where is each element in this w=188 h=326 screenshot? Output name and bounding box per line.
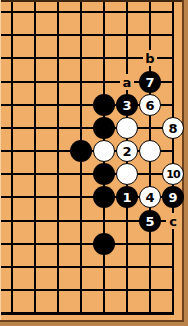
board-edge-bottom-line: [0, 312, 174, 315]
go-stone-black: [93, 233, 115, 255]
grid-line-horizontal: [0, 173, 174, 175]
grid-line-horizontal: [0, 34, 174, 36]
move-number: 10: [166, 169, 179, 180]
image-border-bottom-light: [0, 322, 184, 326]
go-board-diagram: 73682101495bac: [0, 0, 188, 326]
go-stone-black-move-5: 5: [139, 210, 161, 232]
move-number: 2: [122, 145, 131, 158]
point-label-a: a: [120, 74, 134, 90]
go-stone-white: [116, 163, 138, 185]
go-stone-white: [139, 140, 161, 162]
point-label-b: b: [143, 50, 157, 66]
move-number: 8: [168, 122, 177, 135]
go-stone-white-move-6: 6: [139, 94, 161, 116]
go-stone-black: [93, 163, 115, 185]
image-border-top: [0, 0, 188, 2]
go-stone-black: [93, 94, 115, 116]
move-number: 6: [145, 99, 154, 112]
grid-line-horizontal: [0, 243, 174, 245]
go-stone-black: [93, 117, 115, 139]
point-label-text: b: [145, 52, 154, 65]
point-label-text: c: [169, 215, 177, 228]
go-stone-black-move-7: 7: [139, 71, 161, 93]
go-stone-white: [93, 140, 115, 162]
go-stone-white-move-10: 10: [162, 163, 184, 185]
go-stone-white: [116, 117, 138, 139]
move-number: 4: [145, 191, 154, 204]
move-number: 9: [168, 191, 177, 204]
move-number: 7: [145, 76, 154, 89]
move-number: 1: [122, 191, 131, 204]
go-stone-white-move-4: 4: [139, 186, 161, 208]
go-stone-black: [70, 140, 92, 162]
go-stone-black-move-1: 1: [116, 186, 138, 208]
move-number: 3: [122, 99, 131, 112]
grid-line-horizontal: [0, 289, 174, 291]
grid-line-horizontal: [0, 266, 174, 268]
move-number: 5: [145, 215, 154, 228]
go-stone-black-move-9: 9: [162, 186, 184, 208]
image-border-right-light: [184, 0, 188, 326]
grid-line-horizontal: [0, 11, 174, 13]
image-border-left: [0, 0, 1, 326]
go-stone-black-move-3: 3: [116, 94, 138, 116]
go-stone-white-move-8: 8: [162, 117, 184, 139]
go-stone-black: [93, 186, 115, 208]
go-stone-white-move-2: 2: [116, 140, 138, 162]
grid-line-horizontal: [0, 127, 174, 129]
point-label-c: c: [166, 213, 180, 229]
point-label-text: a: [123, 76, 132, 89]
